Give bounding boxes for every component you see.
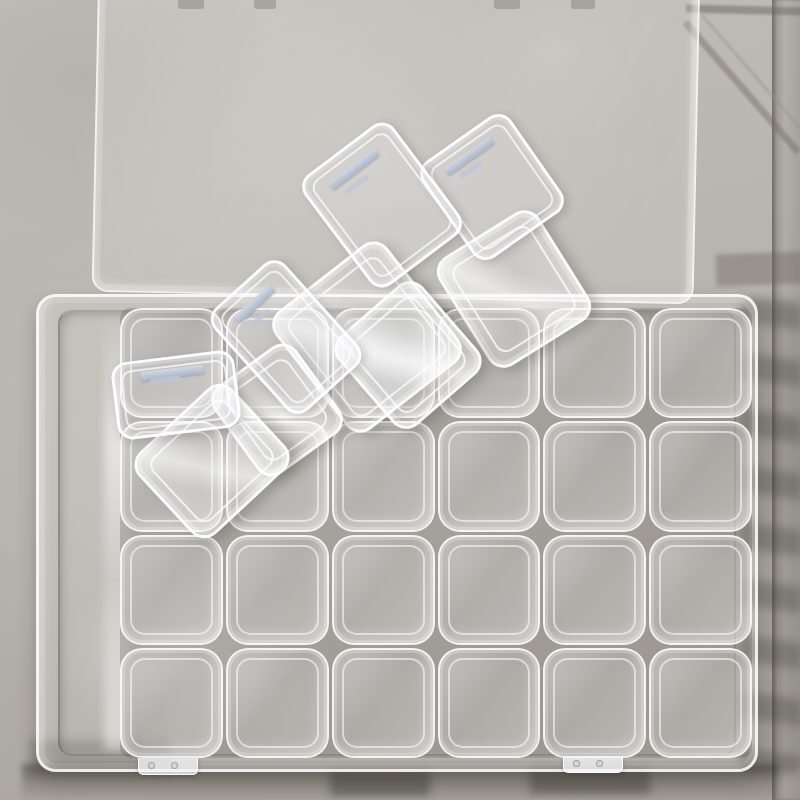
tray-cell xyxy=(649,421,752,531)
tray-cell xyxy=(120,648,223,758)
grout-line-right xyxy=(715,252,800,287)
tray-cell xyxy=(332,535,435,645)
tray-cell xyxy=(649,535,752,645)
mini-box-lid-open xyxy=(110,349,243,442)
photo-scene xyxy=(0,0,800,800)
tray-cell xyxy=(226,535,329,645)
lid-latch-bar xyxy=(234,284,276,323)
lid-hinge-tab xyxy=(494,0,520,9)
tray-cell xyxy=(543,421,646,531)
lid-latch-bar xyxy=(140,364,204,381)
lid-hinge-tab xyxy=(254,0,276,9)
tray-cell xyxy=(120,535,223,645)
tray-latch-tab xyxy=(138,758,198,775)
lid-latch-bar-small xyxy=(250,308,271,327)
tray-cell xyxy=(543,648,646,758)
lid-hinge-tab xyxy=(571,0,595,9)
tray-cell xyxy=(438,648,541,758)
tray-cell xyxy=(649,648,752,758)
tray-cell xyxy=(438,421,541,531)
lid-latch-bar xyxy=(328,148,379,190)
tray-cell xyxy=(438,535,541,645)
lid-latch-bar-small xyxy=(344,174,369,195)
tray-cell xyxy=(226,648,329,758)
lid-hinge-tab xyxy=(178,0,204,9)
tray-cell xyxy=(332,648,435,758)
lid-latch-bar-small xyxy=(459,160,484,179)
tray-cell xyxy=(332,421,435,531)
tray-cell xyxy=(543,535,646,645)
tray-cell xyxy=(649,308,752,418)
tray-latch-tab xyxy=(563,756,623,773)
cast-shadow-blob xyxy=(330,770,430,796)
lid-latch-bar-small xyxy=(150,376,181,385)
lid-latch-bar xyxy=(444,137,494,176)
